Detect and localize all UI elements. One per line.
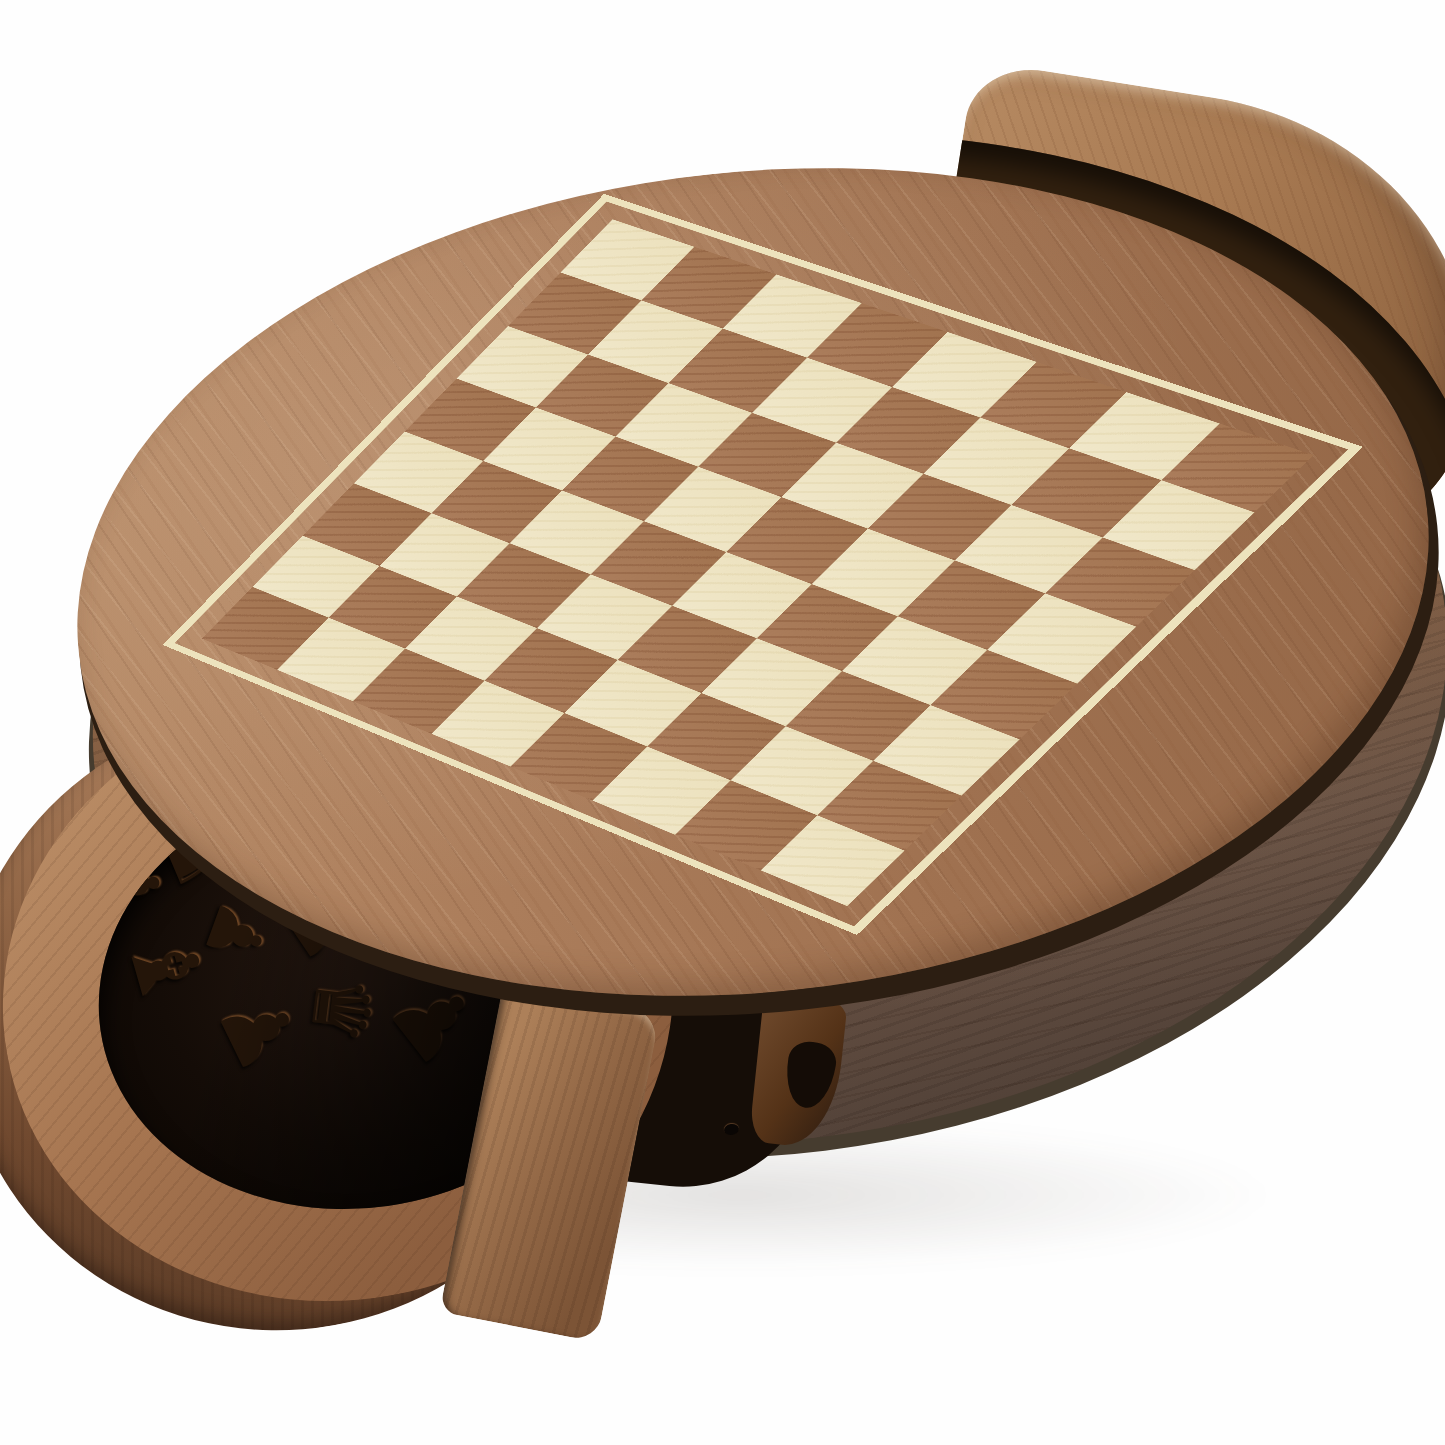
round-chess-box-photo: ♟ ♞ ♟ ♝ ♟ ♟ ♜ ♟ ♛ ♟ ♞ ♟ bbox=[0, 0, 1445, 1445]
